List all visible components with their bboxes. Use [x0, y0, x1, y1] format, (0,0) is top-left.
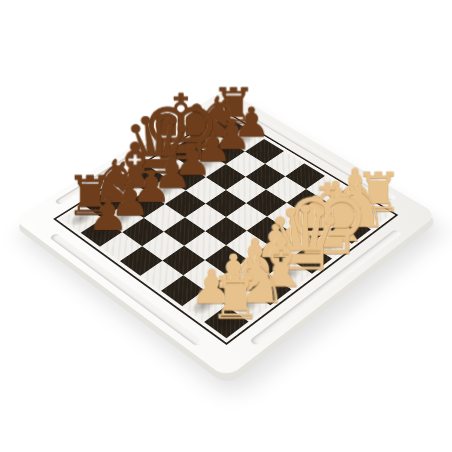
scene: ♜♞♝♛♚♝♞♜♟♟♟♟♟♟♟♟♟♟♟♟♟♟♟♟♜♞♝♛♚♝♞♜ [0, 0, 452, 452]
product-photo-background: ♜♞♝♛♚♝♞♜♟♟♟♟♟♟♟♟♟♟♟♟♟♟♟♟♜♞♝♛♚♝♞♜ [0, 0, 452, 452]
piece-black-pawn[interactable]: ♟ [47, 192, 169, 237]
square-a1[interactable]: ♜ [204, 306, 249, 338]
board-grid: ♜♞♝♛♚♝♞♜♟♟♟♟♟♟♟♟♟♟♟♟♟♟♟♟♜♞♝♛♚♝♞♜ [62, 116, 390, 338]
board-frame: ♜♞♝♛♚♝♞♜♟♟♟♟♟♟♟♟♟♟♟♟♟♟♟♟♜♞♝♛♚♝♞♜ [13, 89, 437, 378]
piece-white-rook[interactable]: ♜ [170, 269, 301, 328]
square-a7[interactable]: ♟ [81, 218, 123, 246]
board-border-line: ♜♞♝♛♚♝♞♜♟♟♟♟♟♟♟♟♟♟♟♟♟♟♟♟♜♞♝♛♚♝♞♜ [53, 111, 398, 345]
